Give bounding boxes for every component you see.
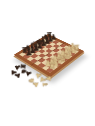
spare-piece: ♟ [45, 75, 53, 82]
spare-piece: ♟ [32, 80, 41, 89]
spare-light-pieces-pile: ♟♞♟♟♝♟ [28, 72, 54, 90]
spare-piece: ♜ [20, 63, 28, 70]
product-photo: ♜♞♝♛♚♝♞♜♟♟♟♟♟♟♟♟♟♟♟♟♟♟♟♟♜♞♝♛♚♝♞♜ ♟♟♞♟♜♟ … [0, 0, 95, 126]
piece-light-rook: ♜ [46, 62, 58, 71]
piece-dark-pawn: ♟ [23, 49, 34, 58]
